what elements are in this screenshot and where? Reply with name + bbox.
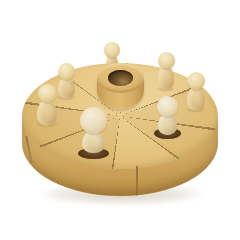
product-photo [0, 0, 240, 240]
peg-w[interactable] [37, 84, 57, 132]
peg-head [158, 52, 175, 69]
peg-head [104, 42, 120, 58]
peg-sw[interactable] [78, 107, 109, 159]
peg-head [187, 72, 205, 90]
peg-e[interactable] [187, 72, 205, 117]
peg-body [82, 131, 105, 153]
peg-body [158, 114, 177, 135]
peg-body [158, 66, 174, 90]
center-ring[interactable] [97, 63, 144, 109]
peg-body [187, 87, 205, 111]
peg-head [80, 107, 107, 134]
peg-head [38, 84, 57, 103]
peg-body [37, 100, 57, 126]
peg-body [58, 77, 75, 99]
slice-seam-front [136, 166, 138, 196]
peg-se[interactable] [154, 96, 181, 141]
ring-hole [108, 70, 133, 86]
peg-head [157, 96, 178, 117]
peg-nw[interactable] [58, 63, 75, 105]
peg-head [58, 63, 75, 80]
peg-ne[interactable] [158, 52, 175, 96]
